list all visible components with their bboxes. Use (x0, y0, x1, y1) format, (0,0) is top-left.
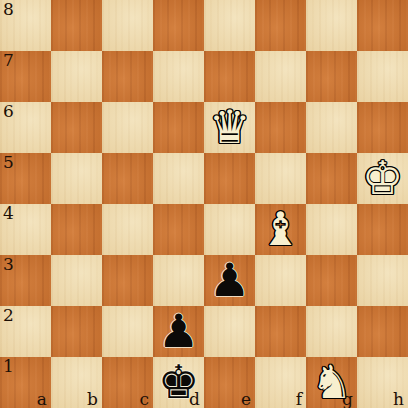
square-a1[interactable]: 1a (0, 357, 51, 408)
square-d8[interactable] (153, 0, 204, 51)
rank-label-1: 1 (3, 357, 14, 376)
square-f5[interactable] (255, 153, 306, 204)
square-e8[interactable] (204, 0, 255, 51)
square-d6[interactable] (153, 102, 204, 153)
white-queen-e6[interactable]: ♛ (204, 102, 255, 153)
rank-label-6: 6 (3, 102, 14, 121)
square-f3[interactable] (255, 255, 306, 306)
square-b1[interactable]: b (51, 357, 102, 408)
file-label-c: c (139, 390, 149, 408)
square-d5[interactable] (153, 153, 204, 204)
square-h4[interactable] (357, 204, 408, 255)
square-h5[interactable]: ♚ (357, 153, 408, 204)
square-b2[interactable] (51, 306, 102, 357)
square-g6[interactable] (306, 102, 357, 153)
square-h8[interactable] (357, 0, 408, 51)
square-b5[interactable] (51, 153, 102, 204)
square-c4[interactable] (102, 204, 153, 255)
square-f7[interactable] (255, 51, 306, 102)
square-b7[interactable] (51, 51, 102, 102)
square-c1[interactable]: c (102, 357, 153, 408)
square-e6[interactable]: ♛ (204, 102, 255, 153)
square-a3[interactable]: 3 (0, 255, 51, 306)
square-a7[interactable]: 7 (0, 51, 51, 102)
square-c3[interactable] (102, 255, 153, 306)
square-e5[interactable] (204, 153, 255, 204)
square-g7[interactable] (306, 51, 357, 102)
rank-label-3: 3 (3, 255, 14, 274)
square-e3[interactable]: ♟ (204, 255, 255, 306)
chess-board: 876♛5♚4♝3♟2♟1abcd♚efg♞h (0, 0, 408, 408)
black-pawn-d2[interactable]: ♟ (153, 306, 204, 357)
square-c8[interactable] (102, 0, 153, 51)
square-b4[interactable] (51, 204, 102, 255)
black-pawn-e3[interactable]: ♟ (204, 255, 255, 306)
square-a6[interactable]: 6 (0, 102, 51, 153)
square-f6[interactable] (255, 102, 306, 153)
square-d3[interactable] (153, 255, 204, 306)
square-c2[interactable] (102, 306, 153, 357)
white-bishop-f4[interactable]: ♝ (255, 204, 306, 255)
square-g5[interactable] (306, 153, 357, 204)
file-label-f: f (296, 390, 302, 408)
square-d4[interactable] (153, 204, 204, 255)
square-d1[interactable]: d♚ (153, 357, 204, 408)
square-c5[interactable] (102, 153, 153, 204)
square-g2[interactable] (306, 306, 357, 357)
white-knight-g1[interactable]: ♞ (306, 357, 357, 408)
square-g4[interactable] (306, 204, 357, 255)
square-h6[interactable] (357, 102, 408, 153)
rank-label-2: 2 (3, 306, 14, 325)
square-b8[interactable] (51, 0, 102, 51)
rank-label-4: 4 (3, 204, 14, 223)
square-e4[interactable] (204, 204, 255, 255)
square-c7[interactable] (102, 51, 153, 102)
square-f4[interactable]: ♝ (255, 204, 306, 255)
square-a2[interactable]: 2 (0, 306, 51, 357)
square-a4[interactable]: 4 (0, 204, 51, 255)
square-f1[interactable]: f (255, 357, 306, 408)
square-d2[interactable]: ♟ (153, 306, 204, 357)
square-b3[interactable] (51, 255, 102, 306)
white-king-h5[interactable]: ♚ (357, 153, 408, 204)
square-h2[interactable] (357, 306, 408, 357)
rank-label-8: 8 (3, 0, 14, 19)
square-g1[interactable]: g♞ (306, 357, 357, 408)
rank-label-5: 5 (3, 153, 14, 172)
square-d7[interactable] (153, 51, 204, 102)
file-label-b: b (87, 390, 98, 408)
square-a8[interactable]: 8 (0, 0, 51, 51)
square-f8[interactable] (255, 0, 306, 51)
square-h1[interactable]: h (357, 357, 408, 408)
black-king-d1[interactable]: ♚ (153, 357, 204, 408)
file-label-a: a (37, 390, 47, 408)
file-label-h: h (393, 390, 404, 408)
square-f2[interactable] (255, 306, 306, 357)
square-e1[interactable]: e (204, 357, 255, 408)
square-a5[interactable]: 5 (0, 153, 51, 204)
square-h3[interactable] (357, 255, 408, 306)
square-e7[interactable] (204, 51, 255, 102)
square-h7[interactable] (357, 51, 408, 102)
rank-label-7: 7 (3, 51, 14, 70)
square-g3[interactable] (306, 255, 357, 306)
square-b6[interactable] (51, 102, 102, 153)
square-g8[interactable] (306, 0, 357, 51)
square-c6[interactable] (102, 102, 153, 153)
file-label-e: e (241, 390, 251, 408)
square-e2[interactable] (204, 306, 255, 357)
